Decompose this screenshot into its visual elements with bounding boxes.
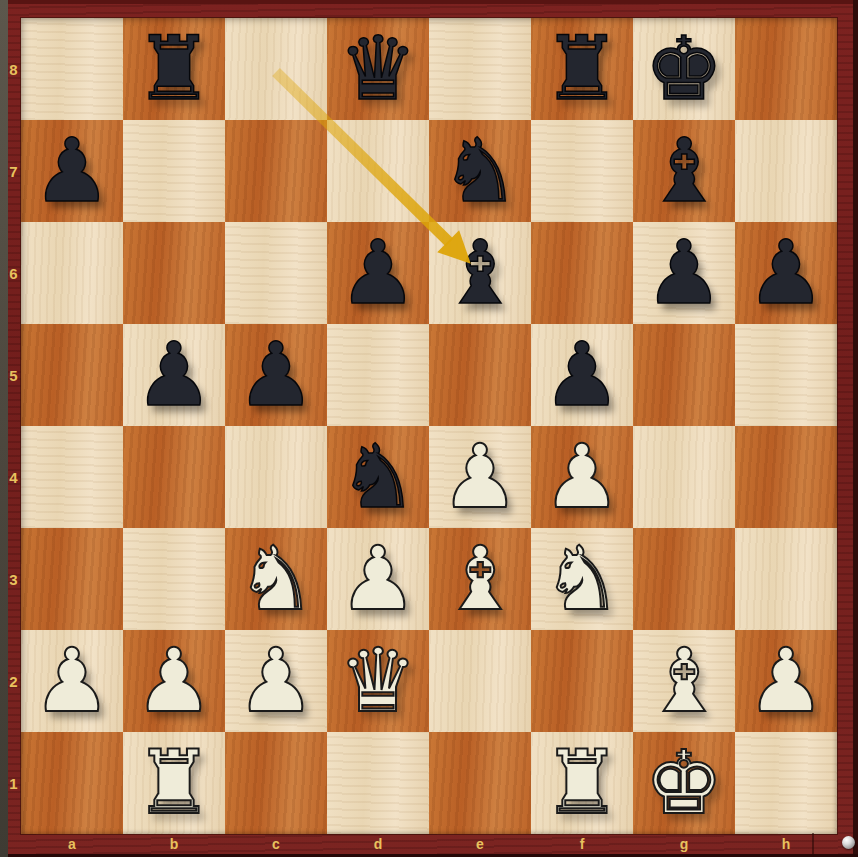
square-f3[interactable]: ♞ [531, 528, 633, 630]
black-knight[interactable]: ♞ [429, 120, 531, 222]
square-h6[interactable]: ♟ [735, 222, 837, 324]
white-rook[interactable]: ♜ [531, 732, 633, 834]
black-pawn[interactable]: ♟ [531, 324, 633, 426]
white-pawn[interactable]: ♟ [21, 630, 123, 732]
square-b4[interactable] [123, 426, 225, 528]
white-knight[interactable]: ♞ [225, 528, 327, 630]
square-h1[interactable] [735, 732, 837, 834]
rank-label-4: 4 [6, 426, 21, 528]
square-h4[interactable] [735, 426, 837, 528]
black-rook[interactable]: ♜ [531, 18, 633, 120]
file-label-h: h [735, 833, 837, 854]
white-queen[interactable]: ♛ [327, 630, 429, 732]
square-b6[interactable] [123, 222, 225, 324]
square-g5[interactable] [633, 324, 735, 426]
white-pawn[interactable]: ♟ [225, 630, 327, 732]
file-label-c: c [225, 833, 327, 854]
rank-label-3: 3 [6, 528, 21, 630]
black-knight[interactable]: ♞ [327, 426, 429, 528]
square-d4[interactable]: ♞ [327, 426, 429, 528]
frame-edge-top [8, 0, 858, 4]
white-pawn[interactable]: ♟ [327, 528, 429, 630]
square-g7[interactable]: ♝ [633, 120, 735, 222]
rank-label-6: 6 [6, 222, 21, 324]
rank-label-7: 7 [6, 120, 21, 222]
square-h7[interactable] [735, 120, 837, 222]
square-g1[interactable]: ♚ [633, 732, 735, 834]
white-to-move-indicator [842, 836, 855, 849]
square-e7[interactable]: ♞ [429, 120, 531, 222]
square-e3[interactable]: ♝ [429, 528, 531, 630]
file-label-b: b [123, 833, 225, 854]
file-label-d: d [327, 833, 429, 854]
rank-label-8: 8 [6, 18, 21, 120]
square-c2[interactable]: ♟ [225, 630, 327, 732]
square-e8[interactable] [429, 18, 531, 120]
chess-board[interactable]: ♜♛♜♚♟♞♝♟♝♟♟♟♟♟♞♟♟♞♟♝♞♟♟♟♛♝♟♜♜♚ [21, 18, 837, 834]
square-f7[interactable] [531, 120, 633, 222]
square-e2[interactable] [429, 630, 531, 732]
frame-edge-right [853, 0, 858, 857]
square-h2[interactable]: ♟ [735, 630, 837, 732]
black-pawn[interactable]: ♟ [735, 222, 837, 324]
square-g2[interactable]: ♝ [633, 630, 735, 732]
square-d8[interactable]: ♛ [327, 18, 429, 120]
square-c5[interactable]: ♟ [225, 324, 327, 426]
square-a7[interactable]: ♟ [21, 120, 123, 222]
square-c6[interactable] [225, 222, 327, 324]
square-b1[interactable]: ♜ [123, 732, 225, 834]
black-bishop[interactable]: ♝ [429, 222, 531, 324]
square-a1[interactable] [21, 732, 123, 834]
square-f1[interactable]: ♜ [531, 732, 633, 834]
square-b3[interactable] [123, 528, 225, 630]
square-c3[interactable]: ♞ [225, 528, 327, 630]
square-f2[interactable] [531, 630, 633, 732]
black-king[interactable]: ♚ [633, 18, 735, 120]
square-f5[interactable]: ♟ [531, 324, 633, 426]
white-king[interactable]: ♚ [633, 732, 735, 834]
black-pawn[interactable]: ♟ [123, 324, 225, 426]
square-a2[interactable]: ♟ [21, 630, 123, 732]
square-a3[interactable] [21, 528, 123, 630]
rank-label-5: 5 [6, 324, 21, 426]
file-labels: abcdefgh [21, 833, 837, 854]
square-c7[interactable] [225, 120, 327, 222]
black-pawn[interactable]: ♟ [327, 222, 429, 324]
white-pawn[interactable]: ♟ [735, 630, 837, 732]
square-b5[interactable]: ♟ [123, 324, 225, 426]
square-f6[interactable] [531, 222, 633, 324]
rank-label-1: 1 [6, 732, 21, 834]
square-d2[interactable]: ♛ [327, 630, 429, 732]
square-d5[interactable] [327, 324, 429, 426]
white-bishop[interactable]: ♝ [429, 528, 531, 630]
square-b8[interactable]: ♜ [123, 18, 225, 120]
rank-label-2: 2 [6, 630, 21, 732]
square-b2[interactable]: ♟ [123, 630, 225, 732]
file-label-f: f [531, 833, 633, 854]
file-label-a: a [21, 833, 123, 854]
square-a4[interactable] [21, 426, 123, 528]
square-c1[interactable] [225, 732, 327, 834]
white-rook[interactable]: ♜ [123, 732, 225, 834]
square-f8[interactable]: ♜ [531, 18, 633, 120]
white-pawn[interactable]: ♟ [429, 426, 531, 528]
white-knight[interactable]: ♞ [531, 528, 633, 630]
square-a8[interactable] [21, 18, 123, 120]
square-h3[interactable] [735, 528, 837, 630]
black-pawn[interactable]: ♟ [225, 324, 327, 426]
black-queen[interactable]: ♛ [327, 18, 429, 120]
black-bishop[interactable]: ♝ [633, 120, 735, 222]
file-label-e: e [429, 833, 531, 854]
frame-seam [812, 833, 814, 857]
square-g8[interactable]: ♚ [633, 18, 735, 120]
white-bishop[interactable]: ♝ [633, 630, 735, 732]
square-g4[interactable] [633, 426, 735, 528]
square-d7[interactable] [327, 120, 429, 222]
square-e5[interactable] [429, 324, 531, 426]
black-pawn[interactable]: ♟ [633, 222, 735, 324]
square-c8[interactable] [225, 18, 327, 120]
square-h8[interactable] [735, 18, 837, 120]
square-b7[interactable] [123, 120, 225, 222]
square-g6[interactable]: ♟ [633, 222, 735, 324]
square-e6[interactable]: ♝ [429, 222, 531, 324]
white-pawn[interactable]: ♟ [531, 426, 633, 528]
square-h5[interactable] [735, 324, 837, 426]
square-a6[interactable] [21, 222, 123, 324]
square-e4[interactable]: ♟ [429, 426, 531, 528]
white-pawn[interactable]: ♟ [123, 630, 225, 732]
square-d6[interactable]: ♟ [327, 222, 429, 324]
square-f4[interactable]: ♟ [531, 426, 633, 528]
square-d1[interactable] [327, 732, 429, 834]
square-g3[interactable] [633, 528, 735, 630]
square-e1[interactable] [429, 732, 531, 834]
rank-labels: 87654321 [6, 18, 21, 834]
black-rook[interactable]: ♜ [123, 18, 225, 120]
square-c4[interactable] [225, 426, 327, 528]
square-a5[interactable] [21, 324, 123, 426]
file-label-g: g [633, 833, 735, 854]
square-d3[interactable]: ♟ [327, 528, 429, 630]
black-pawn[interactable]: ♟ [21, 120, 123, 222]
chessboard-frame: ♜♛♜♚♟♞♝♟♝♟♟♟♟♟♞♟♟♞♟♝♞♟♟♟♛♝♟♜♜♚ 87654321 … [0, 0, 858, 857]
